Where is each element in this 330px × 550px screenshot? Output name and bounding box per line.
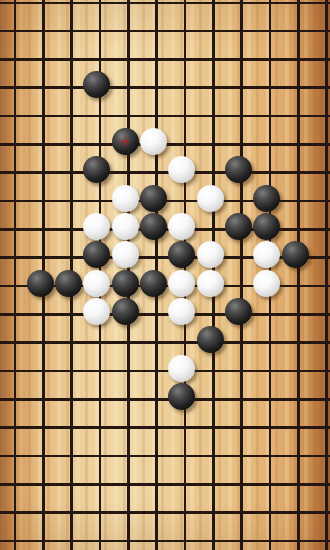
stone-black: [282, 241, 309, 268]
stone-black: [140, 270, 167, 297]
stone-white: [197, 270, 224, 297]
grid-line-vertical: [297, 0, 299, 550]
grid-line-horizontal: [0, 58, 330, 60]
stone-white: [112, 185, 139, 212]
stone-white: [112, 241, 139, 268]
stone-black: [140, 185, 167, 212]
stone-white: [140, 128, 167, 155]
grid-line-vertical: [240, 0, 242, 550]
stone-white: [197, 185, 224, 212]
grid-line-horizontal: [0, 398, 330, 400]
grid-line-horizontal: [0, 540, 330, 542]
grid-line-horizontal: [0, 341, 330, 343]
grid-line-horizontal: [0, 86, 330, 88]
stone-white: [168, 355, 195, 382]
grid-line-horizontal: [0, 511, 330, 513]
stone-black: [27, 270, 54, 297]
grid-line-vertical: [14, 0, 16, 550]
grid-line-horizontal: [0, 313, 330, 315]
stone-black: [225, 298, 252, 325]
stone-white: [253, 270, 280, 297]
grid-line-horizontal: [0, 171, 330, 173]
gomoku-screen: [0, 0, 330, 550]
stone-black: [140, 213, 167, 240]
stone-white: [112, 213, 139, 240]
stone-white: [197, 241, 224, 268]
stone-black: [55, 270, 82, 297]
grid-line-horizontal: [0, 256, 330, 258]
grid-line-horizontal: [0, 370, 330, 372]
grid-line-horizontal: [0, 30, 330, 32]
grid-line-horizontal: [0, 426, 330, 428]
stone-black: [112, 270, 139, 297]
stone-black: [253, 185, 280, 212]
last-move-marker: [121, 137, 130, 146]
grid-line-horizontal: [0, 483, 330, 485]
stone-black: [197, 326, 224, 353]
stone-white: [168, 270, 195, 297]
grid-line-vertical: [325, 0, 327, 550]
grid-line-horizontal: [0, 115, 330, 117]
stone-black: [112, 298, 139, 325]
stone-black: [225, 213, 252, 240]
grid-line-horizontal: [0, 455, 330, 457]
grid-line-horizontal: [0, 2, 330, 4]
stone-white: [83, 270, 110, 297]
